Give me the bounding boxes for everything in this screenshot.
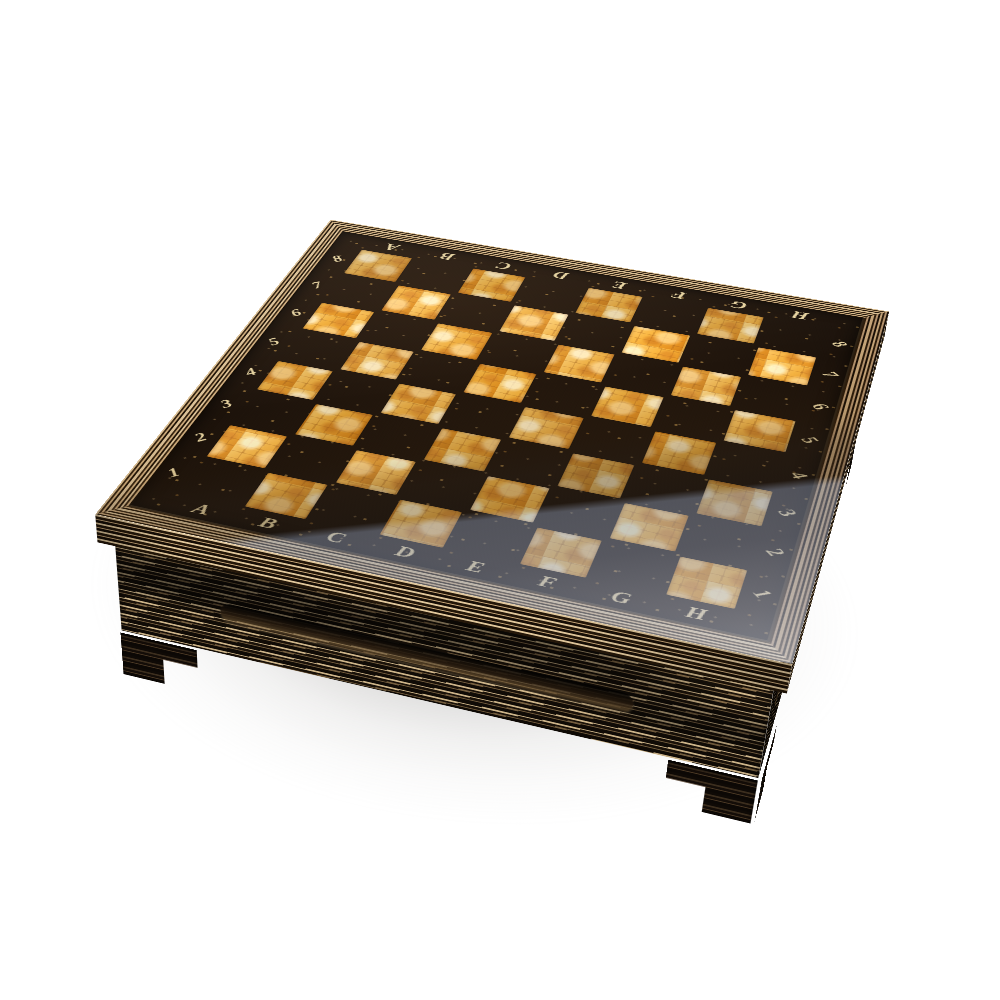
product-photo-scene: AA88BB77CC66DD55EE44FF33GG22HH11 [0,0,1000,1000]
